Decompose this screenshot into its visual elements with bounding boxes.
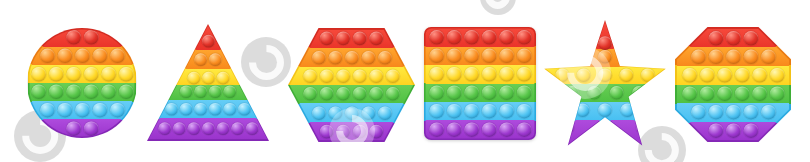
popit-square [424, 27, 536, 140]
bubble-yellow [699, 68, 714, 83]
watermark-swirl-icon [329, 108, 375, 154]
bubble-purple [216, 122, 229, 135]
bubble-green [194, 85, 207, 98]
square-row-purple [426, 122, 535, 137]
circle-row-red [30, 30, 135, 45]
bubble-red [743, 31, 758, 46]
bubble-yellow [386, 69, 400, 83]
bubble-blue [761, 105, 776, 120]
bubble-blue [464, 104, 479, 119]
bubble-orange [345, 50, 359, 64]
bubble-purple [499, 122, 514, 137]
bubble-red [464, 30, 479, 45]
bubble-purple [173, 122, 186, 135]
bubble-purple [66, 121, 81, 136]
bubble-yellow [446, 67, 461, 82]
bubble-yellow [187, 72, 200, 85]
bubble-orange [209, 53, 222, 66]
watermark-swirl-icon [559, 47, 611, 99]
bubble-red [320, 32, 334, 46]
watermark-swirl-icon [638, 126, 686, 162]
bubble-blue [75, 103, 90, 118]
bubble-orange [40, 48, 55, 63]
bubble-blue [481, 104, 496, 119]
bubble-yellow [216, 72, 229, 85]
bubble-red [83, 30, 98, 45]
bubble-red [481, 30, 496, 45]
bubble-orange [57, 48, 72, 63]
bubble-purple [245, 122, 258, 135]
bubble-blue [446, 104, 461, 119]
square-row-yellow [426, 67, 535, 82]
bubble-green [386, 87, 400, 101]
circle-row-blue [30, 103, 135, 118]
bubble-purple [726, 124, 741, 139]
bubble-green [224, 85, 237, 98]
bubble-yellow [769, 68, 784, 83]
bubble-orange [761, 49, 776, 64]
circle-bubble-rows [30, 29, 135, 138]
bubble-orange [446, 49, 461, 64]
bubble-orange [516, 49, 531, 64]
bubble-green [66, 85, 81, 100]
bubble-blue [224, 103, 237, 116]
bubble-blue [576, 103, 590, 117]
bubble-yellow [682, 68, 697, 83]
circle-row-orange [30, 48, 135, 63]
bubble-red [726, 31, 741, 46]
bubble-blue [708, 105, 723, 120]
bubble-green [118, 85, 133, 100]
bubble-blue [312, 106, 326, 120]
bubble-red [598, 37, 612, 51]
bubble-blue [691, 105, 706, 120]
bubble-green [336, 87, 350, 101]
hexagon-row-green [290, 87, 413, 101]
bubble-red [708, 31, 723, 46]
octagon-bubble-rows [677, 29, 790, 141]
bubble-orange [691, 49, 706, 64]
bubble-yellow [101, 67, 116, 82]
bubble-orange [429, 49, 444, 64]
bubble-orange [499, 49, 514, 64]
bubble-green [516, 85, 531, 100]
octagon-body [677, 29, 790, 141]
bubble-yellow [336, 69, 350, 83]
bubble-orange [328, 50, 342, 64]
bubble-blue [499, 104, 514, 119]
octagon-row-yellow [677, 68, 790, 83]
bubble-yellow [516, 67, 531, 82]
square-row-green [426, 85, 535, 100]
bubble-green [209, 85, 222, 98]
square-bubble-rows [426, 29, 535, 139]
bubble-green [353, 87, 367, 101]
bubble-red [429, 30, 444, 45]
bubble-blue [57, 103, 72, 118]
popit-circle [28, 27, 136, 139]
bubble-red [516, 30, 531, 45]
bubble-yellow [620, 68, 634, 82]
bubble-green [369, 87, 383, 101]
bubble-purple [429, 122, 444, 137]
bubble-yellow [353, 69, 367, 83]
popit-octagon [675, 27, 791, 142]
bubble-orange [194, 53, 207, 66]
bubble-orange [361, 50, 375, 64]
triangle-row-green [149, 85, 268, 98]
bubble-blue [238, 103, 251, 116]
popit-illustration [0, 0, 810, 162]
bubble-yellow [464, 67, 479, 82]
bubble-green [101, 85, 116, 100]
bubble-yellow [66, 67, 81, 82]
bubble-red [336, 32, 350, 46]
bubble-red [499, 30, 514, 45]
bubble-orange [378, 50, 392, 64]
star-row-blue [545, 103, 666, 117]
bubble-blue [621, 103, 635, 117]
square-row-blue [426, 104, 535, 119]
bubble-yellow [303, 69, 317, 83]
octagon-row-red [677, 31, 790, 46]
bubble-green [48, 85, 63, 100]
bubble-blue [743, 105, 758, 120]
bubble-blue [726, 105, 741, 120]
octagon-row-blue [677, 105, 790, 120]
bubble-green [31, 85, 46, 100]
watermark-swirl-icon [241, 37, 291, 87]
bubble-yellow [83, 67, 98, 82]
bubble-blue [110, 103, 125, 118]
bubble-blue [598, 103, 612, 117]
bubble-purple [464, 122, 479, 137]
bubble-red [446, 30, 461, 45]
bubble-yellow [499, 67, 514, 82]
bubble-orange [726, 49, 741, 64]
bubble-green [609, 86, 623, 100]
bubble-orange [110, 48, 125, 63]
bubble-purple [231, 122, 244, 135]
bubble-blue [209, 103, 222, 116]
bubble-green [83, 85, 98, 100]
hexagon-row-orange [290, 50, 413, 64]
bubble-red [66, 30, 81, 45]
triangle-row-blue [149, 103, 268, 116]
bubble-orange [481, 49, 496, 64]
bubble-purple [446, 122, 461, 137]
bubble-yellow [481, 67, 496, 82]
octagon-row-orange [677, 49, 790, 64]
hexagon-row-red [290, 32, 413, 46]
bubble-yellow [202, 72, 215, 85]
circle-row-green [30, 85, 135, 100]
bubble-blue [378, 106, 392, 120]
circle-body [30, 29, 135, 138]
bubble-blue [165, 103, 178, 116]
octagon-row-green [677, 87, 790, 102]
bubble-purple [83, 121, 98, 136]
bubble-green [632, 86, 646, 100]
bubble-red [369, 32, 383, 46]
bubble-orange [312, 50, 326, 64]
bubble-purple [481, 122, 496, 137]
bubble-red [353, 32, 367, 46]
bubble-green [499, 85, 514, 100]
bubble-green [446, 85, 461, 100]
bubble-yellow [641, 68, 655, 82]
bubble-purple [743, 124, 758, 139]
bubble-purple [708, 124, 723, 139]
bubble-yellow [717, 68, 732, 83]
bubble-purple [560, 121, 574, 135]
bubble-yellow [369, 69, 383, 83]
bubble-blue [194, 103, 207, 116]
square-row-orange [426, 49, 535, 64]
bubble-green [734, 87, 749, 102]
bubble-orange [92, 48, 107, 63]
bubble-blue [180, 103, 193, 116]
bubble-red [202, 35, 215, 48]
star-row-red [545, 37, 666, 51]
bubble-green [682, 87, 697, 102]
bubble-green [699, 87, 714, 102]
bubble-purple [202, 122, 215, 135]
bubble-green [769, 87, 784, 102]
bubble-green [752, 87, 767, 102]
bubble-green [717, 87, 732, 102]
bubble-green [481, 85, 496, 100]
bubble-orange [464, 49, 479, 64]
bubble-purple [158, 122, 171, 135]
bubble-yellow [48, 67, 63, 82]
bubble-green [429, 85, 444, 100]
bubble-yellow [752, 68, 767, 83]
bubble-green [303, 87, 317, 101]
triangle-row-purple [149, 122, 268, 135]
circle-row-yellow [30, 67, 135, 82]
bubble-yellow [118, 67, 133, 82]
bubble-yellow [320, 69, 334, 83]
bubble-orange [708, 49, 723, 64]
octagon-row-purple [677, 124, 790, 139]
bubble-yellow [31, 67, 46, 82]
square-row-red [426, 30, 535, 45]
bubble-yellow [429, 67, 444, 82]
bubble-green [180, 85, 193, 98]
watermark-swirl-icon [480, 0, 516, 15]
bubble-yellow [734, 68, 749, 83]
bubble-green [320, 87, 334, 101]
bubble-green [464, 85, 479, 100]
bubble-blue [429, 104, 444, 119]
bubble-blue [40, 103, 55, 118]
bubble-blue [92, 103, 107, 118]
hexagon-row-yellow [290, 69, 413, 83]
bubble-orange [743, 49, 758, 64]
square-body [426, 29, 535, 139]
bubble-orange [75, 48, 90, 63]
bubble-purple [516, 122, 531, 137]
bubble-blue [516, 104, 531, 119]
bubble-purple [187, 122, 200, 135]
